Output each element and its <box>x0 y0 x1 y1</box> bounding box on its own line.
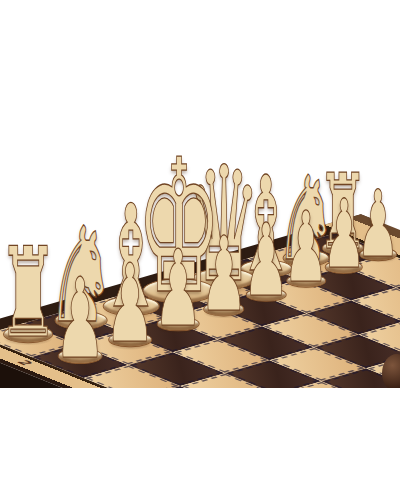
product-photo-stage: 1 2 ♜♞♝♚♛♝♞♜♟♟♟♟♟♟♟♟ <box>0 0 400 498</box>
white-pawn-h2: ♟ <box>54 264 106 375</box>
white-rook-h1: ♜ <box>0 231 59 355</box>
white-backdrop-top <box>0 0 400 130</box>
white-backdrop-bottom <box>0 388 400 498</box>
white-pawn-c2: ♟ <box>284 199 329 297</box>
white-pawn-f2: ♟ <box>154 236 203 341</box>
white-pawn-d2: ♟ <box>243 211 290 311</box>
white-pawn-e2: ♟ <box>200 223 248 326</box>
white-pawn-g2: ♟ <box>105 250 155 358</box>
